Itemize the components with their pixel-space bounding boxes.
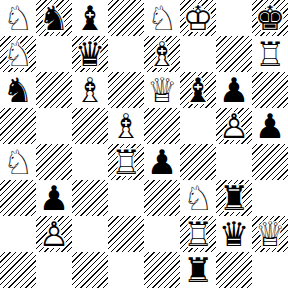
- square-d2[interactable]: [108, 216, 144, 252]
- black-bishop-c8: ♝♝: [72, 0, 108, 36]
- white-queen-h2: ♛♕: [252, 216, 288, 252]
- square-h1[interactable]: [252, 252, 288, 288]
- square-c1[interactable]: [72, 252, 108, 288]
- square-h3[interactable]: [252, 180, 288, 216]
- piece-glyph: ♖: [108, 144, 144, 180]
- square-c7[interactable]: ♛♛: [72, 36, 108, 72]
- white-knight-e8: ♞♘: [144, 0, 180, 36]
- white-knight-a4: ♞♘: [0, 144, 36, 180]
- square-a4[interactable]: ♞♘: [0, 144, 36, 180]
- piece-glyph: ♝: [180, 72, 216, 108]
- square-f1[interactable]: ♜♜: [180, 252, 216, 288]
- piece-glyph: ♔: [180, 0, 216, 36]
- square-b5[interactable]: [36, 108, 72, 144]
- square-d7[interactable]: [108, 36, 144, 72]
- square-b1[interactable]: [36, 252, 72, 288]
- piece-glyph: ♞: [0, 72, 36, 108]
- piece-glyph: ♜: [216, 180, 252, 216]
- square-e1[interactable]: [144, 252, 180, 288]
- square-d6[interactable]: [108, 72, 144, 108]
- square-h4[interactable]: [252, 144, 288, 180]
- square-c6[interactable]: ♝♗: [72, 72, 108, 108]
- square-g2[interactable]: ♛♛: [216, 216, 252, 252]
- black-pawn-h5: ♟♟: [252, 108, 288, 144]
- piece-glyph: ♘: [0, 36, 36, 72]
- piece-glyph: ♗: [72, 72, 108, 108]
- piece-glyph: ♕: [252, 216, 288, 252]
- piece-glyph: ♙: [216, 108, 252, 144]
- piece-glyph: ♟: [36, 180, 72, 216]
- square-d1[interactable]: [108, 252, 144, 288]
- piece-glyph: ♚: [252, 0, 288, 36]
- square-h6[interactable]: [252, 72, 288, 108]
- square-c3[interactable]: [72, 180, 108, 216]
- square-a8[interactable]: ♞♘: [0, 0, 36, 36]
- square-e3[interactable]: [144, 180, 180, 216]
- piece-glyph: ♗: [144, 36, 180, 72]
- piece-glyph: ♙: [36, 216, 72, 252]
- piece-glyph: ♟: [252, 108, 288, 144]
- square-f8[interactable]: ♚♔: [180, 0, 216, 36]
- white-rook-f2: ♜♖: [180, 216, 216, 252]
- square-a2[interactable]: [0, 216, 36, 252]
- square-g1[interactable]: [216, 252, 252, 288]
- black-pawn-e4: ♟♟: [144, 144, 180, 180]
- black-knight-b8: ♞♞: [36, 0, 72, 36]
- square-b6[interactable]: [36, 72, 72, 108]
- black-queen-c7: ♛♛: [72, 36, 108, 72]
- white-king-f8: ♚♔: [180, 0, 216, 36]
- square-d5[interactable]: ♝♗: [108, 108, 144, 144]
- square-c5[interactable]: [72, 108, 108, 144]
- piece-glyph: ♟: [144, 144, 180, 180]
- square-g4[interactable]: [216, 144, 252, 180]
- square-h5[interactable]: ♟♟: [252, 108, 288, 144]
- black-bishop-f6: ♝♝: [180, 72, 216, 108]
- piece-glyph: ♖: [180, 216, 216, 252]
- square-g3[interactable]: ♜♜: [216, 180, 252, 216]
- piece-glyph: ♞: [36, 0, 72, 36]
- square-e7[interactable]: ♝♗: [144, 36, 180, 72]
- square-e6[interactable]: ♛♕: [144, 72, 180, 108]
- square-f3[interactable]: ♞♘: [180, 180, 216, 216]
- square-a1[interactable]: [0, 252, 36, 288]
- square-b8[interactable]: ♞♞: [36, 0, 72, 36]
- square-c8[interactable]: ♝♝: [72, 0, 108, 36]
- square-f7[interactable]: [180, 36, 216, 72]
- chess-board: ♞♘♞♞♝♝♞♘♚♔♚♚♞♘♛♛♝♗♜♖♞♞♝♗♛♕♝♝♟♟♝♗♟♙♟♟♞♘♜♖…: [0, 0, 288, 288]
- white-bishop-e7: ♝♗: [144, 36, 180, 72]
- white-pawn-b2: ♟♙: [36, 216, 72, 252]
- square-e4[interactable]: ♟♟: [144, 144, 180, 180]
- square-e2[interactable]: [144, 216, 180, 252]
- piece-glyph: ♕: [144, 72, 180, 108]
- white-knight-f3: ♞♘: [180, 180, 216, 216]
- square-c4[interactable]: [72, 144, 108, 180]
- square-b4[interactable]: [36, 144, 72, 180]
- piece-glyph: ♛: [72, 36, 108, 72]
- square-h8[interactable]: ♚♚: [252, 0, 288, 36]
- square-a7[interactable]: ♞♘: [0, 36, 36, 72]
- square-c2[interactable]: [72, 216, 108, 252]
- square-d4[interactable]: ♜♖: [108, 144, 144, 180]
- white-knight-a8: ♞♘: [0, 0, 36, 36]
- square-g5[interactable]: ♟♙: [216, 108, 252, 144]
- piece-glyph: ♘: [144, 0, 180, 36]
- white-bishop-d5: ♝♗: [108, 108, 144, 144]
- square-a6[interactable]: ♞♞: [0, 72, 36, 108]
- square-f4[interactable]: [180, 144, 216, 180]
- piece-glyph: ♛: [216, 216, 252, 252]
- square-g7[interactable]: [216, 36, 252, 72]
- black-knight-a6: ♞♞: [0, 72, 36, 108]
- square-b2[interactable]: ♟♙: [36, 216, 72, 252]
- white-pawn-g5: ♟♙: [216, 108, 252, 144]
- square-g6[interactable]: ♟♟: [216, 72, 252, 108]
- square-d8[interactable]: [108, 0, 144, 36]
- piece-glyph: ♖: [252, 36, 288, 72]
- white-knight-a7: ♞♘: [0, 36, 36, 72]
- square-d3[interactable]: [108, 180, 144, 216]
- piece-glyph: ♘: [180, 180, 216, 216]
- black-queen-g2: ♛♛: [216, 216, 252, 252]
- square-h7[interactable]: ♜♖: [252, 36, 288, 72]
- piece-glyph: ♘: [0, 144, 36, 180]
- black-pawn-b3: ♟♟: [36, 180, 72, 216]
- square-a3[interactable]: [0, 180, 36, 216]
- piece-glyph: ♗: [108, 108, 144, 144]
- square-b7[interactable]: [36, 36, 72, 72]
- black-rook-f1: ♜♜: [180, 252, 216, 288]
- square-b3[interactable]: ♟♟: [36, 180, 72, 216]
- square-e8[interactable]: ♞♘: [144, 0, 180, 36]
- white-rook-d4: ♜♖: [108, 144, 144, 180]
- square-a5[interactable]: [0, 108, 36, 144]
- square-f5[interactable]: [180, 108, 216, 144]
- white-queen-e6: ♛♕: [144, 72, 180, 108]
- square-f6[interactable]: ♝♝: [180, 72, 216, 108]
- black-pawn-g6: ♟♟: [216, 72, 252, 108]
- piece-glyph: ♝: [72, 0, 108, 36]
- piece-glyph: ♜: [180, 252, 216, 288]
- black-king-h8: ♚♚: [252, 0, 288, 36]
- square-e5[interactable]: [144, 108, 180, 144]
- white-bishop-c6: ♝♗: [72, 72, 108, 108]
- white-rook-h7: ♜♖: [252, 36, 288, 72]
- piece-glyph: ♘: [0, 0, 36, 36]
- black-rook-g3: ♜♜: [216, 180, 252, 216]
- square-g8[interactable]: [216, 0, 252, 36]
- square-h2[interactable]: ♛♕: [252, 216, 288, 252]
- square-f2[interactable]: ♜♖: [180, 216, 216, 252]
- piece-glyph: ♟: [216, 72, 252, 108]
